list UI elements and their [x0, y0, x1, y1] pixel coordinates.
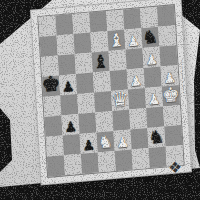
board-square[interactable]: ♟ [142, 47, 160, 68]
piece-black-pawn[interactable]: ♟ [64, 119, 77, 134]
board-grid: ♝♟♞♝♟♚♟♟♟♛♟♚♟♟♞♟♞ [38, 5, 183, 177]
piece-white-pawn[interactable]: ♟ [129, 73, 142, 88]
board-square[interactable] [132, 148, 150, 169]
board-square[interactable]: ♝ [92, 51, 110, 72]
board-square[interactable] [76, 73, 94, 94]
board-square[interactable] [57, 34, 75, 55]
board-square[interactable] [47, 155, 65, 176]
board-square[interactable] [112, 109, 130, 130]
piece-black-pawn[interactable]: ♟ [61, 79, 74, 94]
board-square[interactable] [46, 135, 64, 156]
board-square[interactable] [158, 25, 176, 46]
board-square[interactable] [95, 111, 113, 132]
piece-white-pawn[interactable]: ♟ [116, 135, 129, 150]
piece-white-pawn[interactable]: ♟ [127, 33, 140, 48]
board-square[interactable] [81, 152, 99, 173]
board-corner-emblem-icon: ❖ [168, 160, 182, 176]
board-square[interactable]: ♟ [127, 68, 145, 89]
piece-black-knight[interactable]: ♞ [148, 128, 165, 147]
board-square[interactable] [123, 8, 141, 29]
piece-white-pawn[interactable]: ♟ [145, 52, 158, 67]
board-square[interactable] [75, 53, 93, 74]
board-square[interactable]: ♝ [107, 30, 125, 51]
board-square[interactable] [129, 108, 147, 129]
board-square[interactable]: ♟ [113, 129, 131, 150]
board-square[interactable] [58, 54, 76, 75]
board-square[interactable]: ♞ [97, 131, 115, 152]
board-square[interactable] [98, 151, 116, 172]
board-square[interactable] [157, 5, 175, 26]
board-square[interactable] [43, 95, 61, 116]
board-square[interactable] [63, 134, 81, 155]
board-square[interactable] [60, 94, 78, 115]
board-square[interactable] [40, 36, 58, 57]
board-square[interactable] [159, 45, 177, 66]
board-square[interactable]: ♟ [59, 74, 77, 95]
board-square[interactable]: ♞ [141, 27, 159, 48]
board-square[interactable] [77, 92, 95, 113]
piece-white-pawn[interactable]: ♟ [147, 92, 160, 107]
piece-black-king[interactable]: ♚ [41, 73, 61, 96]
board-square[interactable]: ♚ [42, 75, 60, 96]
board-square[interactable] [163, 105, 181, 126]
piece-black-knight[interactable]: ♞ [142, 28, 159, 47]
board-square[interactable] [72, 13, 90, 34]
board-square[interactable]: ♟ [61, 114, 79, 135]
piece-white-queen[interactable]: ♛ [110, 88, 129, 110]
board-square[interactable]: ♛ [111, 90, 129, 111]
board-square[interactable] [109, 50, 127, 71]
board-square[interactable]: ♟ [145, 87, 163, 108]
board-square[interactable] [130, 128, 148, 149]
board-square[interactable] [93, 71, 111, 92]
board-square[interactable] [125, 48, 143, 69]
piece-white-bishop[interactable]: ♝ [108, 31, 125, 50]
board-square[interactable]: ♟ [80, 132, 98, 153]
board-square[interactable] [149, 146, 167, 167]
board-square[interactable] [94, 91, 112, 112]
piece-white-knight[interactable]: ♞ [98, 133, 114, 151]
board-square[interactable] [64, 154, 82, 175]
board-square[interactable] [73, 33, 91, 54]
board-square[interactable]: ♚ [162, 85, 180, 106]
board-edge-brand-text: ∙∙∙∙∙∙∙∙∙∙ [179, 60, 185, 95]
piece-black-bishop[interactable]: ♝ [92, 52, 109, 71]
photo-stage: ♝♟♞♝♟♚♟♟♟♛♟♚♟♟♞♟♞ ∙∙∙∙∙∙∙∙∙∙ ❖ [0, 0, 200, 200]
board-square[interactable] [44, 115, 62, 136]
board-square[interactable] [38, 16, 56, 37]
board-square[interactable] [164, 125, 182, 146]
board-square[interactable] [128, 88, 146, 109]
board-square[interactable] [115, 149, 133, 170]
board-square[interactable]: ♞ [147, 126, 165, 147]
chess-board: ♝♟♞♝♟♚♟♟♟♛♟♚♟♟♞♟♞ ∙∙∙∙∙∙∙∙∙∙ ❖ [31, 0, 191, 184]
piece-white-king[interactable]: ♚ [161, 84, 180, 106]
board-square[interactable]: ♟ [124, 28, 142, 49]
board-square[interactable] [144, 67, 162, 88]
piece-black-pawn[interactable]: ♟ [82, 138, 95, 153]
board-square[interactable] [55, 14, 73, 35]
board-square[interactable] [78, 112, 96, 133]
board-square[interactable] [89, 11, 107, 32]
